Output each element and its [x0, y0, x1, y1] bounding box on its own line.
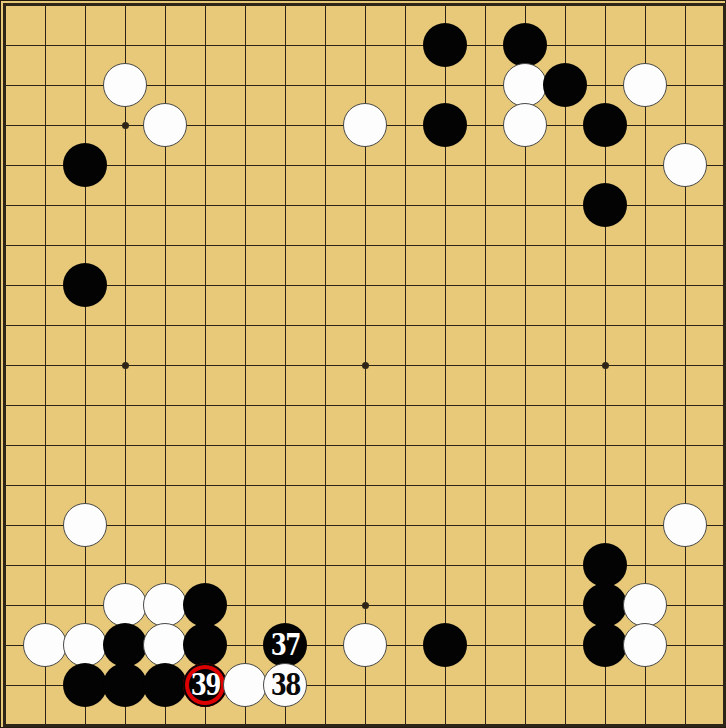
black-stone — [423, 103, 467, 147]
board-intersection[interactable] — [665, 505, 705, 545]
hoshi-point — [105, 345, 145, 385]
white-stone — [623, 583, 667, 627]
board-intersection[interactable] — [345, 625, 385, 665]
move-number-label: 38 — [270, 671, 299, 700]
black-stone — [543, 63, 587, 107]
black-stone — [63, 143, 107, 187]
board-intersection[interactable] — [105, 585, 145, 625]
board-intersection[interactable] — [545, 65, 585, 105]
board-intersection[interactable] — [65, 625, 105, 665]
board-intersection[interactable] — [145, 665, 185, 705]
board-intersection[interactable]: 38 — [265, 665, 305, 705]
board-intersection[interactable] — [65, 665, 105, 705]
black-stone — [583, 583, 627, 627]
black-stone — [103, 663, 147, 707]
white-stone — [103, 583, 147, 627]
black-stone-last-move: 39 — [183, 663, 227, 707]
board-intersection[interactable] — [65, 505, 105, 545]
white-stone — [63, 503, 107, 547]
white-stone — [143, 583, 187, 627]
white-stone — [63, 623, 107, 667]
board-intersection[interactable] — [105, 625, 145, 665]
black-stone — [583, 183, 627, 227]
board-intersection[interactable] — [25, 625, 65, 665]
board-intersection[interactable] — [185, 625, 225, 665]
board-intersection[interactable] — [505, 25, 545, 65]
board-intersection[interactable] — [625, 585, 665, 625]
white-stone — [223, 663, 267, 707]
black-stone — [63, 663, 107, 707]
hoshi-point — [105, 105, 145, 145]
hoshi-dot — [122, 122, 129, 129]
black-stone — [423, 623, 467, 667]
board-intersection[interactable] — [425, 105, 465, 145]
board-intersection[interactable] — [505, 105, 545, 145]
go-board-diagram: 373938 — [0, 0, 726, 728]
black-stone — [183, 623, 227, 667]
board-intersection[interactable] — [65, 265, 105, 305]
black-stone — [503, 23, 547, 67]
white-stone — [503, 103, 547, 147]
hoshi-dot — [362, 602, 369, 609]
board-intersection[interactable] — [505, 65, 545, 105]
board-intersection[interactable] — [625, 625, 665, 665]
white-stone — [343, 623, 387, 667]
black-stone — [583, 623, 627, 667]
white-stone — [623, 63, 667, 107]
black-stone — [143, 663, 187, 707]
white-stone — [663, 503, 707, 547]
white-stone — [623, 623, 667, 667]
board-intersection[interactable] — [345, 105, 385, 145]
hoshi-dot — [362, 362, 369, 369]
board-intersection[interactable]: 37 — [265, 625, 305, 665]
board-intersection[interactable] — [585, 185, 625, 225]
black-stone — [63, 263, 107, 307]
board-intersection[interactable] — [665, 145, 705, 185]
white-stone — [23, 623, 67, 667]
white-stone — [343, 103, 387, 147]
board-intersection[interactable] — [145, 625, 185, 665]
white-stone — [143, 103, 187, 147]
board-intersection[interactable] — [585, 545, 625, 585]
board-intersection[interactable] — [105, 65, 145, 105]
hoshi-dot — [122, 362, 129, 369]
black-stone — [103, 623, 147, 667]
board-intersection[interactable] — [585, 625, 625, 665]
white-stone: 38 — [263, 663, 307, 707]
board-intersection[interactable] — [105, 665, 145, 705]
black-stone — [423, 23, 467, 67]
black-stone — [583, 543, 627, 587]
move-number-label: 39 — [190, 671, 219, 700]
hoshi-point — [345, 345, 385, 385]
go-board[interactable]: 373938 — [0, 0, 726, 728]
hoshi-point — [345, 585, 385, 625]
white-stone — [103, 63, 147, 107]
white-stone — [663, 143, 707, 187]
board-intersection[interactable] — [145, 105, 185, 145]
board-intersection[interactable] — [425, 625, 465, 665]
board-intersection[interactable] — [145, 585, 185, 625]
white-stone — [503, 63, 547, 107]
board-intersection[interactable] — [185, 585, 225, 625]
board-intersection[interactable]: 39 — [185, 665, 225, 705]
move-number-label: 37 — [270, 631, 299, 660]
board-intersection[interactable] — [625, 65, 665, 105]
board-intersection[interactable] — [585, 585, 625, 625]
black-stone — [583, 103, 627, 147]
black-stone: 37 — [263, 623, 307, 667]
hoshi-point — [585, 345, 625, 385]
white-stone — [143, 623, 187, 667]
board-intersection[interactable] — [65, 145, 105, 185]
board-intersection[interactable] — [585, 105, 625, 145]
board-intersection[interactable] — [425, 25, 465, 65]
black-stone — [183, 583, 227, 627]
hoshi-dot — [602, 362, 609, 369]
board-intersection[interactable] — [225, 665, 265, 705]
